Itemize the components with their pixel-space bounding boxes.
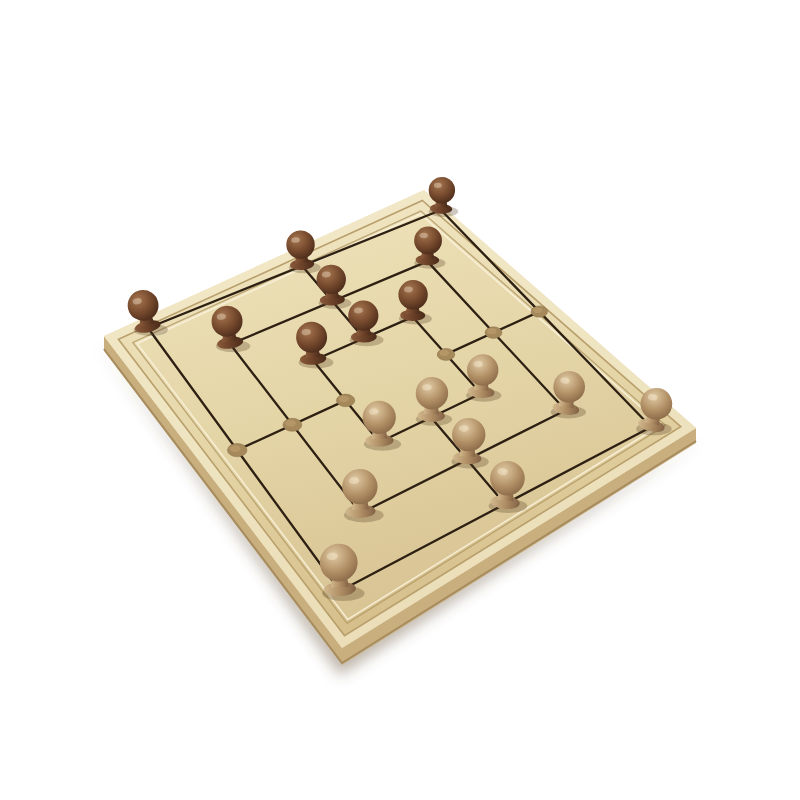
- hole-highlight: [487, 328, 496, 334]
- hole-highlight: [230, 445, 241, 452]
- hole-highlight: [285, 420, 296, 427]
- peg-body-group: [428, 176, 456, 214]
- peg-body-group: [362, 401, 396, 447]
- point-hole-d2[interactable]: [283, 418, 302, 431]
- point-hole-d7[interactable]: [531, 306, 548, 317]
- point-hole-d5[interactable]: [437, 348, 455, 360]
- product-photo-stage: [0, 0, 800, 800]
- point-hole-d1[interactable]: [227, 443, 247, 456]
- hole-highlight: [533, 308, 542, 314]
- hole-highlight: [440, 350, 450, 356]
- point-hole-d6[interactable]: [485, 327, 502, 339]
- peg-body-group: [398, 280, 428, 321]
- peg-body-group: [413, 226, 442, 266]
- peg-body-group: [342, 468, 379, 518]
- hole-highlight: [339, 396, 349, 402]
- peg-body-group: [348, 300, 379, 343]
- morris-board-photo: [0, 0, 800, 800]
- peg-dark-a7[interactable]: [428, 176, 459, 216]
- peg-body-group: [415, 376, 449, 422]
- point-hole-d3[interactable]: [336, 394, 354, 407]
- peg-body-group: [319, 543, 359, 597]
- peg-body-group: [316, 264, 347, 306]
